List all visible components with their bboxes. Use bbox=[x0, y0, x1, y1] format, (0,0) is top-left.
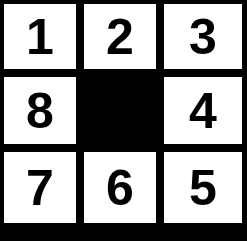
tile-5[interactable]: 5 bbox=[164, 152, 242, 223]
tile-2[interactable]: 2 bbox=[84, 4, 156, 69]
tile-4[interactable]: 4 bbox=[164, 77, 242, 144]
tile-1[interactable]: 1 bbox=[4, 4, 76, 69]
tile-3[interactable]: 3 bbox=[164, 4, 242, 69]
blank-cell bbox=[84, 77, 156, 144]
tile-8[interactable]: 8 bbox=[4, 77, 76, 144]
tile-6[interactable]: 6 bbox=[84, 152, 156, 223]
tile-7[interactable]: 7 bbox=[4, 152, 76, 223]
sliding-puzzle-board: 1 2 3 8 4 7 6 5 bbox=[0, 0, 247, 241]
